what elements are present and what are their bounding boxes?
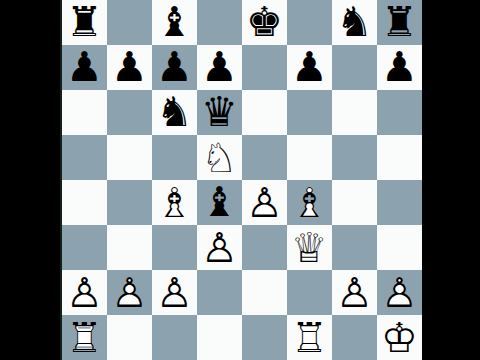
black-rook: ♜ — [377, 0, 422, 45]
square-d1[interactable] — [197, 315, 242, 360]
square-g1[interactable] — [332, 315, 377, 360]
square-e1[interactable] — [242, 315, 287, 360]
square-a4[interactable] — [62, 180, 107, 225]
black-bishop: ♝ — [152, 0, 197, 45]
square-d8[interactable] — [197, 0, 242, 45]
square-a3[interactable] — [62, 225, 107, 270]
square-g4[interactable] — [332, 180, 377, 225]
white-king: ♚♔ — [377, 315, 422, 360]
black-knight: ♞ — [332, 0, 377, 45]
square-b6[interactable] — [107, 90, 152, 135]
square-a8[interactable]: ♜ — [62, 0, 107, 45]
square-e5[interactable] — [242, 135, 287, 180]
black-pawn: ♟︎ — [287, 45, 332, 90]
white-pawn: ♟︎♙ — [62, 270, 107, 315]
square-d3[interactable]: ♟︎♙ — [197, 225, 242, 270]
square-h6[interactable] — [377, 90, 422, 135]
square-b4[interactable] — [107, 180, 152, 225]
square-f3[interactable]: ♛♕ — [287, 225, 332, 270]
square-f7[interactable]: ♟︎ — [287, 45, 332, 90]
black-pawn: ♟︎ — [197, 45, 242, 90]
square-h2[interactable]: ♟︎♙ — [377, 270, 422, 315]
square-f8[interactable] — [287, 0, 332, 45]
white-rook: ♜♖ — [62, 315, 107, 360]
square-f5[interactable] — [287, 135, 332, 180]
square-h3[interactable] — [377, 225, 422, 270]
square-e3[interactable] — [242, 225, 287, 270]
square-e7[interactable] — [242, 45, 287, 90]
square-g6[interactable] — [332, 90, 377, 135]
square-a7[interactable]: ♟︎ — [62, 45, 107, 90]
video-frame: ♜♝♚♞♜♟︎♟︎♟︎♟︎♟︎♟︎♞♛♞♘♝♗♝♟︎♙♝♗♟︎♙♛♕♟︎♙♟︎♙… — [0, 0, 480, 360]
square-c7[interactable]: ♟︎ — [152, 45, 197, 90]
square-c6[interactable]: ♞ — [152, 90, 197, 135]
square-a6[interactable] — [62, 90, 107, 135]
black-queen: ♛ — [197, 90, 242, 135]
square-h8[interactable]: ♜ — [377, 0, 422, 45]
black-pawn: ♟︎ — [152, 45, 197, 90]
square-h4[interactable] — [377, 180, 422, 225]
square-g3[interactable] — [332, 225, 377, 270]
square-b7[interactable]: ♟︎ — [107, 45, 152, 90]
black-rook: ♜ — [62, 0, 107, 45]
white-pawn: ♟︎♙ — [107, 270, 152, 315]
black-pawn: ♟︎ — [107, 45, 152, 90]
white-rook: ♜♖ — [287, 315, 332, 360]
white-bishop: ♝♗ — [287, 180, 332, 225]
square-b3[interactable] — [107, 225, 152, 270]
square-d4[interactable]: ♝ — [197, 180, 242, 225]
square-b2[interactable]: ♟︎♙ — [107, 270, 152, 315]
square-f6[interactable] — [287, 90, 332, 135]
square-c1[interactable] — [152, 315, 197, 360]
square-g2[interactable]: ♟︎♙ — [332, 270, 377, 315]
square-d2[interactable] — [197, 270, 242, 315]
square-f2[interactable] — [287, 270, 332, 315]
square-c2[interactable]: ♟︎♙ — [152, 270, 197, 315]
square-a2[interactable]: ♟︎♙ — [62, 270, 107, 315]
square-g8[interactable]: ♞ — [332, 0, 377, 45]
white-queen: ♛♕ — [287, 225, 332, 270]
white-pawn: ♟︎♙ — [242, 180, 287, 225]
square-c3[interactable] — [152, 225, 197, 270]
square-d5[interactable]: ♞♘ — [197, 135, 242, 180]
white-bishop: ♝♗ — [152, 180, 197, 225]
white-pawn: ♟︎♙ — [197, 225, 242, 270]
square-h7[interactable]: ♟︎ — [377, 45, 422, 90]
square-e4[interactable]: ♟︎♙ — [242, 180, 287, 225]
square-e8[interactable]: ♚ — [242, 0, 287, 45]
white-pawn: ♟︎♙ — [152, 270, 197, 315]
square-c4[interactable]: ♝♗ — [152, 180, 197, 225]
square-d7[interactable]: ♟︎ — [197, 45, 242, 90]
square-h5[interactable] — [377, 135, 422, 180]
white-pawn: ♟︎♙ — [377, 270, 422, 315]
square-c5[interactable] — [152, 135, 197, 180]
black-pawn: ♟︎ — [377, 45, 422, 90]
chess-board: ♜♝♚♞♜♟︎♟︎♟︎♟︎♟︎♟︎♞♛♞♘♝♗♝♟︎♙♝♗♟︎♙♛♕♟︎♙♟︎♙… — [60, 0, 422, 360]
square-h1[interactable]: ♚♔ — [377, 315, 422, 360]
square-b5[interactable] — [107, 135, 152, 180]
square-c8[interactable]: ♝ — [152, 0, 197, 45]
square-e2[interactable] — [242, 270, 287, 315]
square-a1[interactable]: ♜♖ — [62, 315, 107, 360]
square-d6[interactable]: ♛ — [197, 90, 242, 135]
square-g5[interactable] — [332, 135, 377, 180]
square-b8[interactable] — [107, 0, 152, 45]
black-pawn: ♟︎ — [62, 45, 107, 90]
square-f4[interactable]: ♝♗ — [287, 180, 332, 225]
square-g7[interactable] — [332, 45, 377, 90]
square-e6[interactable] — [242, 90, 287, 135]
white-pawn: ♟︎♙ — [332, 270, 377, 315]
black-knight: ♞ — [152, 90, 197, 135]
square-b1[interactable] — [107, 315, 152, 360]
white-knight: ♞♘ — [197, 135, 242, 180]
black-king: ♚ — [242, 0, 287, 45]
square-f1[interactable]: ♜♖ — [287, 315, 332, 360]
black-bishop: ♝ — [197, 180, 242, 225]
square-a5[interactable] — [62, 135, 107, 180]
